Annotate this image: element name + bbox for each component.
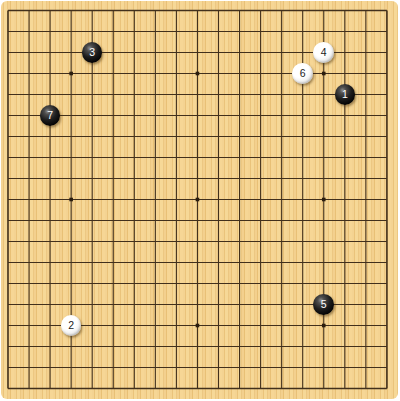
star-point [69,198,73,202]
star-point [322,72,326,76]
star-point [69,72,73,76]
page-background: 1234567 [0,0,400,401]
stone-white-6[interactable]: 6 [292,63,313,84]
board-grid [0,0,400,401]
star-point [196,72,200,76]
star-point [322,324,326,328]
star-point [196,198,200,202]
star-point [322,198,326,202]
stone-white-4[interactable]: 4 [313,42,334,63]
stone-black-7[interactable]: 7 [40,105,61,126]
stone-black-3[interactable]: 3 [82,42,103,63]
stone-black-5[interactable]: 5 [313,294,334,315]
stone-black-1[interactable]: 1 [335,84,356,105]
star-point [196,324,200,328]
stone-white-2[interactable]: 2 [61,315,82,336]
